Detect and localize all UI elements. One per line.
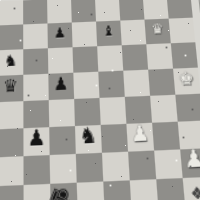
square-c4[interactable] — [49, 99, 75, 127]
square-b6[interactable] — [23, 48, 48, 75]
square-b8[interactable] — [23, 0, 47, 24]
square-c2[interactable] — [50, 154, 77, 184]
square-g5[interactable] — [148, 69, 175, 96]
square-f6[interactable] — [122, 44, 148, 70]
square-d2[interactable] — [76, 153, 103, 183]
square-d8[interactable] — [71, 0, 96, 22]
square-e5[interactable] — [98, 71, 125, 98]
square-b2[interactable] — [23, 155, 50, 185]
black-knight-d3[interactable]: ♞ — [79, 125, 98, 148]
white-king-h5[interactable]: ♚ — [178, 70, 195, 88]
board-perspective-wrapper: ♟♝♛♞♛♟♚♟♞♟♟♚❖ — [0, 0, 200, 200]
square-g3[interactable] — [152, 122, 180, 151]
square-c3[interactable] — [49, 126, 76, 155]
square-c7[interactable]: ♟ — [47, 22, 72, 48]
square-e6[interactable] — [97, 45, 123, 71]
square-f5[interactable] — [123, 70, 150, 97]
square-a3[interactable] — [0, 128, 23, 157]
black-queen-a5[interactable]: ♛ — [3, 77, 18, 95]
square-b7[interactable] — [23, 23, 48, 49]
square-d3[interactable]: ♞ — [75, 125, 102, 154]
square-b5[interactable] — [23, 74, 48, 101]
square-e2[interactable] — [102, 152, 130, 182]
white-queen-g7[interactable]: ♛ — [151, 23, 164, 37]
square-f3[interactable]: ♟ — [126, 123, 154, 152]
corner-rosette-mark: ❖ — [190, 185, 200, 200]
square-d5[interactable] — [73, 72, 99, 99]
black-bishop-e7[interactable]: ♝ — [102, 25, 115, 39]
square-e3[interactable] — [101, 124, 128, 153]
black-pawn-c5[interactable]: ♟ — [53, 75, 69, 93]
square-a4[interactable] — [0, 101, 23, 129]
square-h4[interactable] — [175, 94, 200, 122]
square-f2[interactable] — [128, 151, 156, 181]
square-g4[interactable] — [150, 95, 178, 123]
square-g7[interactable]: ♛ — [144, 19, 170, 45]
square-c8[interactable] — [47, 0, 72, 23]
chess-board: ♟♝♛♞♛♟♚♟♞♟♟♚❖ — [0, 0, 200, 200]
square-g6[interactable] — [146, 43, 173, 69]
square-d1[interactable] — [77, 182, 105, 200]
square-g2[interactable] — [154, 149, 183, 179]
square-h7[interactable] — [169, 18, 196, 44]
square-h2[interactable]: ♟ — [180, 148, 200, 178]
square-h8[interactable] — [167, 0, 193, 19]
square-a8[interactable] — [0, 0, 23, 25]
square-e4[interactable] — [99, 97, 126, 125]
black-pawn-b3[interactable]: ♟ — [27, 127, 46, 150]
square-f1[interactable] — [130, 179, 159, 200]
square-a2[interactable] — [0, 156, 24, 186]
square-a1[interactable] — [0, 185, 24, 200]
square-h1[interactable]: ❖ — [183, 177, 200, 200]
square-f8[interactable] — [119, 0, 145, 21]
square-h6[interactable] — [171, 42, 198, 68]
square-c5[interactable]: ♟ — [48, 73, 74, 100]
square-f7[interactable] — [120, 20, 146, 46]
black-knight-a6[interactable]: ♞ — [4, 52, 18, 68]
square-g1[interactable] — [156, 178, 185, 200]
square-b3[interactable]: ♟ — [23, 127, 49, 156]
black-pawn-c7[interactable]: ♟ — [54, 26, 67, 40]
square-a7[interactable] — [0, 24, 23, 50]
photo-backdrop: ♟♝♛♞♛♟♚♟♞♟♟♚❖ — [0, 0, 200, 200]
square-d7[interactable] — [72, 22, 97, 48]
square-a5[interactable]: ♛ — [0, 75, 23, 102]
square-c6[interactable] — [48, 47, 73, 74]
square-a6[interactable]: ♞ — [0, 49, 23, 76]
square-c1[interactable]: ♚ — [50, 183, 77, 200]
square-g8[interactable] — [143, 0, 169, 20]
square-h5[interactable]: ♚ — [173, 68, 200, 95]
white-pawn-f3[interactable]: ♟ — [130, 123, 150, 146]
fallen-black-king-c1[interactable]: ♚ — [44, 181, 79, 200]
square-e7[interactable]: ♝ — [96, 21, 122, 47]
square-d6[interactable] — [73, 46, 99, 72]
square-e1[interactable] — [103, 180, 131, 200]
square-e8[interactable] — [95, 0, 120, 22]
white-pawn-h2[interactable]: ♟ — [183, 148, 200, 173]
